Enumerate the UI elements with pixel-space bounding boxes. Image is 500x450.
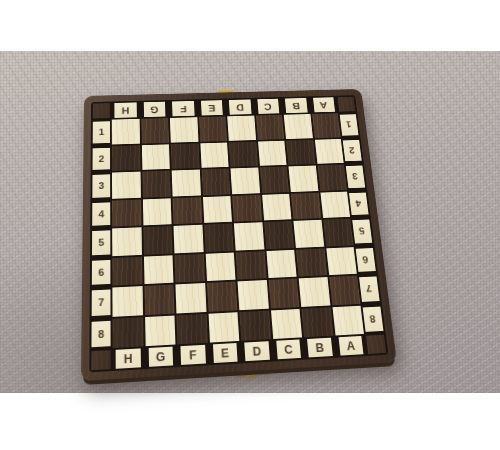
square-c4 xyxy=(262,193,292,220)
corner-cell xyxy=(338,97,356,112)
square-d6 xyxy=(236,251,266,280)
square-e7 xyxy=(207,281,238,311)
rank-label-right-7: 7 xyxy=(359,275,380,304)
square-g7 xyxy=(144,285,174,315)
square-h2 xyxy=(112,145,140,171)
screenshot: HGFEDCBA1122334455667788HGFEDCBA xyxy=(0,0,500,450)
square-b6 xyxy=(296,248,327,277)
rank-label-right-1: 1 xyxy=(339,113,358,137)
file-label-bottom-f: F xyxy=(177,345,208,365)
square-e3 xyxy=(201,169,230,195)
square-d5 xyxy=(234,222,264,250)
rank-label-left-8: 8 xyxy=(91,318,110,349)
square-c5 xyxy=(264,221,294,249)
square-g1 xyxy=(141,118,169,143)
square-f4 xyxy=(173,197,202,224)
square-b1 xyxy=(284,114,313,139)
letterbox-bottom xyxy=(0,393,500,450)
square-c3 xyxy=(260,166,289,192)
square-b5 xyxy=(293,220,323,248)
file-label-top-f: F xyxy=(169,101,196,117)
rank-label-left-2: 2 xyxy=(92,146,110,172)
square-e6 xyxy=(205,252,235,281)
square-g6 xyxy=(143,255,173,284)
square-a4 xyxy=(320,191,350,218)
square-h1 xyxy=(112,119,140,144)
square-g4 xyxy=(142,198,171,226)
square-h3 xyxy=(112,172,141,199)
square-b3 xyxy=(288,165,318,191)
file-label-top-h: H xyxy=(112,102,139,118)
file-label-bottom-a: A xyxy=(335,336,366,356)
square-e8 xyxy=(208,312,239,343)
letterbox-top xyxy=(0,0,500,51)
file-label-top-d: D xyxy=(226,99,254,114)
rank-label-right-4: 4 xyxy=(349,190,369,216)
square-e2 xyxy=(200,142,229,168)
square-a6 xyxy=(326,247,357,275)
square-g5 xyxy=(143,226,173,254)
square-b8 xyxy=(301,307,333,337)
file-label-top-c: C xyxy=(254,99,282,114)
square-c6 xyxy=(266,249,297,278)
square-h6 xyxy=(112,256,142,285)
square-f6 xyxy=(174,253,204,282)
rank-label-left-4: 4 xyxy=(92,200,110,227)
square-c7 xyxy=(268,279,299,309)
square-c1 xyxy=(256,115,285,140)
square-e5 xyxy=(204,223,234,251)
square-f3 xyxy=(172,170,201,197)
square-g8 xyxy=(145,315,176,346)
chessboard: HGFEDCBA1122334455667788HGFEDCBA xyxy=(81,89,397,381)
rank-label-left-7: 7 xyxy=(92,288,111,318)
square-d2 xyxy=(229,141,258,167)
rank-label-left-3: 3 xyxy=(92,173,110,200)
square-h4 xyxy=(112,199,141,227)
square-a3 xyxy=(317,165,347,191)
square-e4 xyxy=(202,196,231,223)
square-c8 xyxy=(271,308,303,339)
square-d7 xyxy=(238,280,269,310)
board-grid: HGFEDCBA1122334455667788HGFEDCBA xyxy=(89,95,388,372)
file-label-bottom-g: G xyxy=(145,346,176,367)
square-h8 xyxy=(112,317,143,348)
file-label-top-b: B xyxy=(282,98,310,113)
rank-label-right-2: 2 xyxy=(343,138,362,163)
square-h5 xyxy=(112,227,141,256)
rank-label-right-6: 6 xyxy=(355,246,376,274)
square-g2 xyxy=(141,144,169,170)
file-label-top-a: A xyxy=(310,97,338,112)
square-b2 xyxy=(286,139,315,164)
file-label-top-g: G xyxy=(141,102,168,118)
square-e1 xyxy=(199,116,227,141)
square-f2 xyxy=(171,143,200,169)
square-d3 xyxy=(230,168,259,194)
square-d1 xyxy=(227,116,255,141)
square-a8 xyxy=(332,305,364,335)
square-d8 xyxy=(239,310,270,341)
rank-label-left-6: 6 xyxy=(92,258,111,287)
square-d4 xyxy=(232,194,262,221)
square-a1 xyxy=(312,113,341,138)
square-a2 xyxy=(314,139,343,164)
rank-label-right-3: 3 xyxy=(346,164,366,190)
rank-label-right-5: 5 xyxy=(352,218,372,245)
file-label-bottom-h: H xyxy=(113,348,144,369)
square-c2 xyxy=(258,140,287,165)
square-f1 xyxy=(170,117,198,142)
corner-cell xyxy=(366,335,386,354)
square-a7 xyxy=(329,276,360,305)
square-g3 xyxy=(142,171,171,198)
rank-label-right-8: 8 xyxy=(362,304,383,334)
file-label-top-e: E xyxy=(198,100,225,115)
rank-label-left-1: 1 xyxy=(93,120,110,145)
rank-label-left-5: 5 xyxy=(92,229,110,257)
corner-cell xyxy=(91,350,110,370)
square-b7 xyxy=(299,277,330,306)
file-label-bottom-d: D xyxy=(241,341,272,361)
square-a5 xyxy=(323,219,354,247)
square-f8 xyxy=(176,313,207,344)
file-label-bottom-e: E xyxy=(210,343,241,363)
file-label-bottom-b: B xyxy=(304,338,335,358)
square-h7 xyxy=(112,286,142,316)
corner-cell xyxy=(93,103,110,118)
square-f5 xyxy=(173,225,203,253)
square-b4 xyxy=(291,192,321,219)
square-f7 xyxy=(175,283,206,313)
file-label-bottom-c: C xyxy=(273,339,304,359)
